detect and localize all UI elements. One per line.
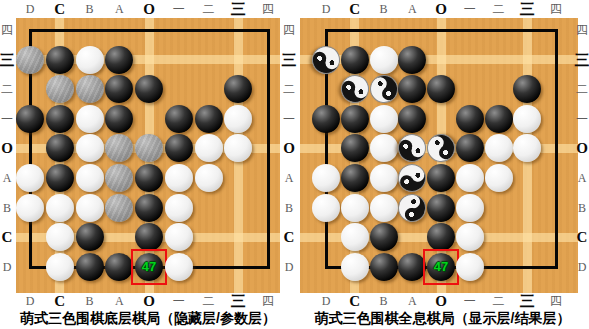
stone-black-OC[interactable] [135, 223, 163, 251]
coord-label-side2-四: 四 [576, 24, 588, 36]
stone-white-BB[interactable] [370, 194, 398, 222]
stone-white-DA[interactable] [312, 164, 340, 192]
stone-white-二A[interactable] [195, 164, 223, 192]
coord-label-side0-二: 二 [1, 83, 13, 95]
stone-white-DB[interactable] [312, 194, 340, 222]
stone-black-A三[interactable] [398, 46, 426, 74]
stone-white-三一[interactable] [224, 105, 252, 133]
coord-label-top-三: 三 [520, 2, 535, 17]
coord-label-bottom-O: O [143, 294, 155, 309]
stone-gray-D三[interactable] [16, 46, 44, 74]
stone-black-OA[interactable] [427, 164, 455, 192]
coord-label-top-四: 四 [262, 3, 274, 15]
stone-white-二A[interactable] [485, 164, 513, 192]
stone-white-CB[interactable] [46, 194, 74, 222]
stone-white-BA[interactable] [370, 164, 398, 192]
coord-label-side1-O: O [283, 141, 295, 156]
coord-label-bottom-一: 一 [173, 295, 185, 307]
coord-label-side0-三: 三 [0, 52, 15, 67]
stone-white-CC[interactable] [46, 223, 74, 251]
board-holographic-layer[interactable]: 47 [300, 18, 578, 293]
coord-label-side0-A: A [3, 172, 12, 184]
coord-label-side2-A: A [578, 172, 587, 184]
stone-white-B三[interactable] [370, 46, 398, 74]
coord-label-top-B: B [85, 3, 93, 15]
stone-black-OC[interactable] [427, 223, 455, 251]
coord-label-side0-O: O [1, 141, 13, 156]
stone-white-一D[interactable] [165, 253, 193, 281]
coord-label-side1-四: 四 [283, 24, 295, 36]
coord-label-top-C: C [349, 2, 360, 17]
coord-label-side0-B: B [3, 202, 11, 214]
coord-label-side2-B: B [578, 202, 586, 214]
stone-black-BD[interactable] [76, 253, 104, 281]
coord-label-side1-三: 三 [282, 52, 297, 67]
stone-white-二O[interactable] [195, 134, 223, 162]
stone-black-一一[interactable] [165, 105, 193, 133]
coord-label-top-四: 四 [550, 3, 562, 15]
coord-label-bottom-C: C [54, 294, 65, 309]
coord-label-side2-C: C [577, 230, 588, 245]
stone-black-move47-OD[interactable]: 47 [135, 253, 163, 281]
coord-label-side2-D: D [578, 261, 587, 273]
coord-label-top-一: 一 [464, 3, 476, 15]
coord-label-top-A: A [115, 3, 124, 15]
coord-label-top-C: C [54, 2, 65, 17]
stone-black-C三[interactable] [341, 46, 369, 74]
coord-label-bottom-一: 一 [464, 295, 476, 307]
stone-white-BA[interactable] [76, 164, 104, 192]
coord-label-side0-D: D [3, 261, 12, 273]
coord-label-bottom-C: C [349, 294, 360, 309]
stone-black-CA[interactable] [341, 164, 369, 192]
stone-black-二一[interactable] [195, 105, 223, 133]
coord-label-side1-二: 二 [283, 83, 295, 95]
coord-label-side0-四: 四 [1, 24, 13, 36]
stone-white-B一[interactable] [370, 105, 398, 133]
three-color-go-diagram: 萌式三色围棋底层棋局（隐藏层/参数层） 萌式三色围棋全息棋局（显示层/结果层） … [0, 0, 589, 329]
coord-label-bottom-二: 二 [493, 295, 505, 307]
stone-black-OB[interactable] [427, 194, 455, 222]
stone-white-一C[interactable] [165, 223, 193, 251]
stone-black-CO[interactable] [46, 134, 74, 162]
coord-label-bottom-四: 四 [550, 295, 562, 307]
stone-white-一A[interactable] [456, 164, 484, 192]
coord-label-side2-三: 三 [575, 52, 589, 67]
stone-white-一A[interactable] [165, 164, 193, 192]
stone-white-CD[interactable] [46, 253, 74, 281]
stone-black-C一[interactable] [341, 105, 369, 133]
coord-label-bottom-D: D [322, 295, 331, 307]
coord-label-top-B: B [379, 3, 387, 15]
coord-label-top-二: 二 [493, 3, 505, 15]
stone-black-A一[interactable] [105, 105, 133, 133]
stone-white-BO[interactable] [370, 134, 398, 162]
caption-hidden-layer: 萌式三色围棋底层棋局（隐藏层/参数层） [0, 308, 296, 329]
stone-black-BC[interactable] [76, 223, 104, 251]
stone-black-BD[interactable] [370, 253, 398, 281]
coord-label-bottom-O: O [435, 294, 447, 309]
coord-label-bottom-A: A [408, 295, 417, 307]
coord-label-top-一: 一 [173, 3, 185, 15]
stone-white-一B[interactable] [165, 194, 193, 222]
stone-black-C一[interactable] [46, 105, 74, 133]
coord-label-side0-C: C [2, 230, 13, 245]
coord-label-side1-C: C [284, 230, 295, 245]
stone-white-一B[interactable] [456, 194, 484, 222]
coord-label-bottom-B: B [85, 295, 93, 307]
stone-black-一一[interactable] [456, 105, 484, 133]
coord-label-side2-二: 二 [576, 83, 588, 95]
coord-label-top-O: O [143, 2, 155, 17]
stone-black-BC[interactable] [370, 223, 398, 251]
stone-white-DB[interactable] [16, 194, 44, 222]
coord-label-bottom-三: 三 [231, 294, 246, 309]
coord-label-side2-一: 一 [576, 113, 588, 125]
stone-black-D一[interactable] [312, 105, 340, 133]
coord-label-side1-一: 一 [283, 113, 295, 125]
stone-black-OA[interactable] [135, 164, 163, 192]
stone-gray-AB[interactable] [105, 194, 133, 222]
stone-white-BO[interactable] [76, 134, 104, 162]
stone-white-三一[interactable] [513, 105, 541, 133]
stone-gray-C二[interactable] [46, 75, 74, 103]
stone-black-CA[interactable] [46, 164, 74, 192]
stone-black-二一[interactable] [485, 105, 513, 133]
coord-label-bottom-四: 四 [262, 295, 274, 307]
stone-white-CB[interactable] [341, 194, 369, 222]
stone-white-BB[interactable] [76, 194, 104, 222]
coord-label-bottom-D: D [26, 295, 35, 307]
stone-black-CO[interactable] [341, 134, 369, 162]
coord-label-side1-A: A [285, 172, 294, 184]
coord-label-top-O: O [435, 2, 447, 17]
stone-black-A三[interactable] [105, 46, 133, 74]
board-hidden-layer[interactable]: 47 [16, 18, 280, 293]
move-number-label: 47 [135, 253, 163, 281]
stone-black-OB[interactable] [135, 194, 163, 222]
coord-label-side1-B: B [285, 202, 293, 214]
coord-label-bottom-二: 二 [203, 295, 215, 307]
stone-white-B三[interactable] [76, 46, 104, 74]
stone-white-一C[interactable] [456, 223, 484, 251]
coord-label-side0-一: 一 [1, 113, 13, 125]
stone-gray-B二[interactable] [76, 75, 104, 103]
coord-label-top-三: 三 [231, 2, 246, 17]
stone-black-O二[interactable] [135, 75, 163, 103]
stone-black-O二[interactable] [427, 75, 455, 103]
coord-label-top-D: D [26, 3, 35, 15]
coord-label-bottom-三: 三 [520, 294, 535, 309]
stone-white-B一[interactable] [76, 105, 104, 133]
stone-black-一O[interactable] [456, 134, 484, 162]
stone-white-CD[interactable] [341, 253, 369, 281]
stone-black-A一[interactable] [398, 105, 426, 133]
stone-white-CC[interactable] [341, 223, 369, 251]
stone-white-DA[interactable] [16, 164, 44, 192]
coord-label-top-二: 二 [203, 3, 215, 15]
stone-black-一O[interactable] [165, 134, 193, 162]
coord-label-bottom-A: A [115, 295, 124, 307]
coord-label-top-D: D [322, 3, 331, 15]
stone-white-二O[interactable] [485, 134, 513, 162]
caption-holographic-layer: 萌式三色围棋全息棋局（显示层/结果层） [296, 308, 589, 329]
stone-black-C三[interactable] [46, 46, 74, 74]
stone-black-D一[interactable] [16, 105, 44, 133]
stone-black-move47-OD[interactable]: 47 [427, 253, 455, 281]
coord-label-bottom-B: B [379, 295, 387, 307]
stone-black-AD[interactable] [105, 253, 133, 281]
coord-label-side1-D: D [285, 261, 294, 273]
move-number-label: 47 [427, 253, 455, 281]
stone-white-一D[interactable] [456, 253, 484, 281]
coord-label-side2-O: O [576, 141, 588, 156]
coord-label-top-A: A [408, 3, 417, 15]
